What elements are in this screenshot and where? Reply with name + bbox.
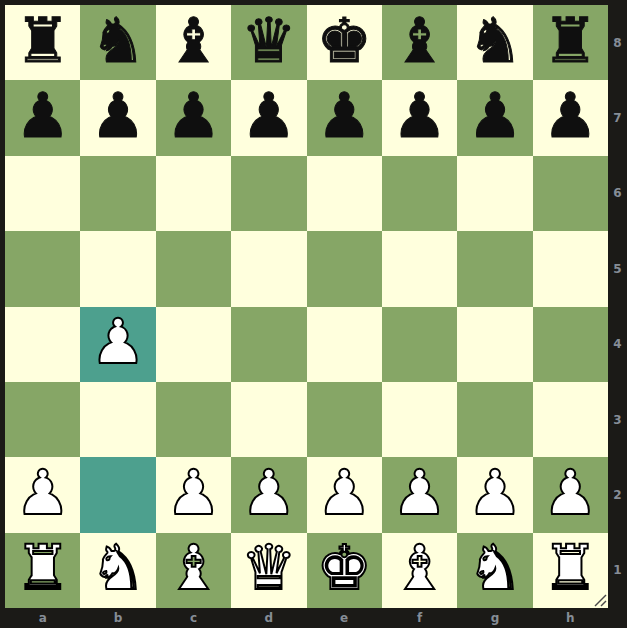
file-label-a: a xyxy=(5,608,80,628)
rank-label-6: 6 xyxy=(608,156,627,231)
chess-app-frame: ♜♞♝♛♚♝♞♜♟♟♟♟♟♟♟♟♟♟♟♟♟♟♟♟♜♞♝♛♚♝♞♜ a b c d… xyxy=(0,0,627,628)
square-c5[interactable] xyxy=(156,231,231,306)
square-h8[interactable]: ♜ xyxy=(533,5,608,80)
square-f8[interactable]: ♝ xyxy=(382,5,457,80)
square-b1[interactable]: ♞ xyxy=(80,533,155,608)
rank-label-4: 4 xyxy=(608,307,627,382)
square-f2[interactable]: ♟ xyxy=(382,457,457,532)
file-label-h: h xyxy=(533,608,608,628)
black-queen[interactable]: ♛ xyxy=(241,10,297,72)
square-g4[interactable] xyxy=(457,307,532,382)
square-b3[interactable] xyxy=(80,382,155,457)
square-c7[interactable]: ♟ xyxy=(156,80,231,155)
square-f6[interactable] xyxy=(382,156,457,231)
square-b8[interactable]: ♞ xyxy=(80,5,155,80)
square-e3[interactable] xyxy=(307,382,382,457)
square-h5[interactable] xyxy=(533,231,608,306)
square-a4[interactable] xyxy=(5,307,80,382)
square-f7[interactable]: ♟ xyxy=(382,80,457,155)
square-e6[interactable] xyxy=(307,156,382,231)
square-f5[interactable] xyxy=(382,231,457,306)
square-d1[interactable]: ♛ xyxy=(231,533,306,608)
square-g6[interactable] xyxy=(457,156,532,231)
black-knight[interactable]: ♞ xyxy=(90,10,146,72)
file-label-c: c xyxy=(156,608,231,628)
square-d8[interactable]: ♛ xyxy=(231,5,306,80)
square-g8[interactable]: ♞ xyxy=(457,5,532,80)
square-a8[interactable]: ♜ xyxy=(5,5,80,80)
square-g1[interactable]: ♞ xyxy=(457,533,532,608)
square-c2[interactable]: ♟ xyxy=(156,457,231,532)
file-label-d: d xyxy=(231,608,306,628)
file-label-g: g xyxy=(457,608,532,628)
square-g5[interactable] xyxy=(457,231,532,306)
white-pawn[interactable]: ♟ xyxy=(467,462,523,524)
square-d6[interactable] xyxy=(231,156,306,231)
rank-label-1: 1 xyxy=(608,533,627,608)
file-labels: a b c d e f g h xyxy=(5,608,608,628)
white-pawn[interactable]: ♟ xyxy=(166,462,222,524)
square-c6[interactable] xyxy=(156,156,231,231)
black-knight[interactable]: ♞ xyxy=(467,10,523,72)
square-b2[interactable] xyxy=(80,457,155,532)
white-pawn[interactable]: ♟ xyxy=(392,462,448,524)
white-pawn[interactable]: ♟ xyxy=(90,311,146,373)
square-d2[interactable]: ♟ xyxy=(231,457,306,532)
file-label-f: f xyxy=(382,608,457,628)
white-pawn[interactable]: ♟ xyxy=(241,462,297,524)
black-king[interactable]: ♚ xyxy=(316,10,372,72)
white-queen[interactable]: ♛ xyxy=(241,537,297,599)
square-e8[interactable]: ♚ xyxy=(307,5,382,80)
black-pawn[interactable]: ♟ xyxy=(467,85,523,147)
square-f4[interactable] xyxy=(382,307,457,382)
white-knight[interactable]: ♞ xyxy=(90,537,146,599)
square-f1[interactable]: ♝ xyxy=(382,533,457,608)
white-pawn[interactable]: ♟ xyxy=(316,462,372,524)
square-b7[interactable]: ♟ xyxy=(80,80,155,155)
black-pawn[interactable]: ♟ xyxy=(15,85,71,147)
black-pawn[interactable]: ♟ xyxy=(316,85,372,147)
black-pawn[interactable]: ♟ xyxy=(543,85,599,147)
chess-board: ♜♞♝♛♚♝♞♜♟♟♟♟♟♟♟♟♟♟♟♟♟♟♟♟♜♞♝♛♚♝♞♜ xyxy=(5,5,608,608)
rank-label-2: 2 xyxy=(608,457,627,532)
square-d3[interactable] xyxy=(231,382,306,457)
white-pawn[interactable]: ♟ xyxy=(543,462,599,524)
square-h2[interactable]: ♟ xyxy=(533,457,608,532)
black-pawn[interactable]: ♟ xyxy=(90,85,146,147)
square-e7[interactable]: ♟ xyxy=(307,80,382,155)
square-a7[interactable]: ♟ xyxy=(5,80,80,155)
square-g2[interactable]: ♟ xyxy=(457,457,532,532)
white-bishop[interactable]: ♝ xyxy=(166,537,222,599)
square-g3[interactable] xyxy=(457,382,532,457)
white-king[interactable]: ♚ xyxy=(316,537,372,599)
white-pawn[interactable]: ♟ xyxy=(15,462,71,524)
square-a5[interactable] xyxy=(5,231,80,306)
board-area: ♜♞♝♛♚♝♞♜♟♟♟♟♟♟♟♟♟♟♟♟♟♟♟♟♜♞♝♛♚♝♞♜ xyxy=(5,5,608,608)
resize-handle-icon[interactable] xyxy=(592,592,607,607)
black-pawn[interactable]: ♟ xyxy=(241,85,297,147)
square-h4[interactable] xyxy=(533,307,608,382)
square-c3[interactable] xyxy=(156,382,231,457)
black-bishop[interactable]: ♝ xyxy=(166,10,222,72)
square-c1[interactable]: ♝ xyxy=(156,533,231,608)
square-e4[interactable] xyxy=(307,307,382,382)
file-label-b: b xyxy=(80,608,155,628)
white-bishop[interactable]: ♝ xyxy=(392,537,448,599)
square-b5[interactable] xyxy=(80,231,155,306)
square-e1[interactable]: ♚ xyxy=(307,533,382,608)
black-rook[interactable]: ♜ xyxy=(15,10,71,72)
square-a1[interactable]: ♜ xyxy=(5,533,80,608)
white-knight[interactable]: ♞ xyxy=(467,537,523,599)
rank-label-5: 5 xyxy=(608,231,627,306)
black-rook[interactable]: ♜ xyxy=(543,10,599,72)
square-h6[interactable] xyxy=(533,156,608,231)
rank-label-7: 7 xyxy=(608,80,627,155)
black-bishop[interactable]: ♝ xyxy=(392,10,448,72)
rank-label-3: 3 xyxy=(608,382,627,457)
square-c8[interactable]: ♝ xyxy=(156,5,231,80)
square-e5[interactable] xyxy=(307,231,382,306)
file-label-e: e xyxy=(307,608,382,628)
square-d7[interactable]: ♟ xyxy=(231,80,306,155)
square-e2[interactable]: ♟ xyxy=(307,457,382,532)
rank-labels: 8 7 6 5 4 3 2 1 xyxy=(608,5,627,608)
white-rook[interactable]: ♜ xyxy=(15,537,71,599)
black-pawn[interactable]: ♟ xyxy=(392,85,448,147)
square-a6[interactable] xyxy=(5,156,80,231)
square-h7[interactable]: ♟ xyxy=(533,80,608,155)
rank-label-8: 8 xyxy=(608,5,627,80)
square-c4[interactable] xyxy=(156,307,231,382)
square-d5[interactable] xyxy=(231,231,306,306)
square-f3[interactable] xyxy=(382,382,457,457)
black-pawn[interactable]: ♟ xyxy=(166,85,222,147)
square-b6[interactable] xyxy=(80,156,155,231)
square-d4[interactable] xyxy=(231,307,306,382)
white-rook[interactable]: ♜ xyxy=(543,537,599,599)
square-h3[interactable] xyxy=(533,382,608,457)
square-a3[interactable] xyxy=(5,382,80,457)
square-a2[interactable]: ♟ xyxy=(5,457,80,532)
square-b4[interactable]: ♟ xyxy=(80,307,155,382)
square-g7[interactable]: ♟ xyxy=(457,80,532,155)
